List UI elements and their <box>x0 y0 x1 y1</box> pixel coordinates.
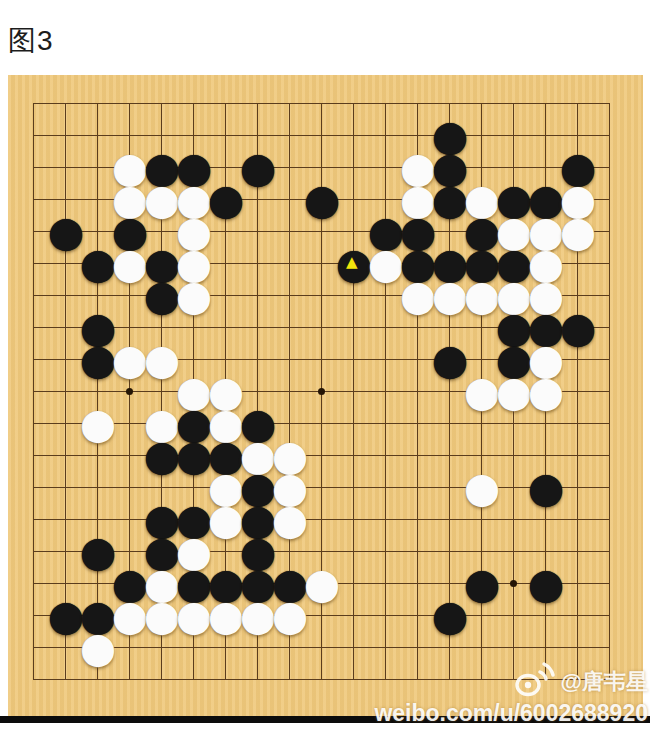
white-stone: ● <box>466 376 498 408</box>
weibo-eye-icon <box>511 660 557 704</box>
white-stone: ● <box>242 600 274 632</box>
black-stone: ● <box>82 536 114 568</box>
white-stone: ● <box>178 280 210 312</box>
black-stone: ● <box>50 600 82 632</box>
black-stone: ● <box>434 184 466 216</box>
white-stone: ● <box>114 344 146 376</box>
white-stone: ● <box>306 568 338 600</box>
white-stone: ● <box>146 600 178 632</box>
white-stone: ● <box>370 248 402 280</box>
page-title: 图3 <box>8 22 54 60</box>
white-stone: ● <box>466 280 498 312</box>
white-stone: ● <box>210 600 242 632</box>
star-point <box>318 388 325 395</box>
black-stone: ● <box>434 600 466 632</box>
white-stone: ● <box>434 280 466 312</box>
star-point <box>126 388 133 395</box>
white-stone: ● <box>178 600 210 632</box>
black-stone: ● <box>50 216 82 248</box>
star-point <box>510 580 517 587</box>
white-stone: ● <box>114 248 146 280</box>
white-stone: ● <box>562 216 594 248</box>
white-stone: ● <box>82 408 114 440</box>
white-stone: ● <box>498 376 530 408</box>
black-stone: ● <box>338 248 370 280</box>
black-stone: ● <box>466 568 498 600</box>
black-stone: ● <box>306 184 338 216</box>
go-board: ●●●●●●●●●●●●●●●●●●●●●●●●●●●●●●●●●●●●●●●●… <box>8 75 643 716</box>
white-stone: ● <box>466 472 498 504</box>
black-stone: ● <box>178 440 210 472</box>
grid-lines: ●●●●●●●●●●●●●●●●●●●●●●●●●●●●●●●●●●●●●●●●… <box>33 103 610 680</box>
watermark-handle: @唐韦星 <box>561 667 648 697</box>
white-stone: ● <box>274 504 306 536</box>
black-stone: ● <box>530 472 562 504</box>
white-stone: ● <box>82 632 114 664</box>
white-stone: ● <box>146 184 178 216</box>
white-stone: ● <box>274 600 306 632</box>
white-stone: ● <box>114 600 146 632</box>
white-stone: ● <box>530 376 562 408</box>
black-stone: ● <box>146 280 178 312</box>
black-stone: ● <box>562 312 594 344</box>
white-stone: ● <box>146 344 178 376</box>
black-stone: ● <box>210 184 242 216</box>
black-stone: ● <box>82 248 114 280</box>
black-stone: ● <box>242 152 274 184</box>
black-stone: ● <box>530 568 562 600</box>
white-stone: ● <box>402 280 434 312</box>
black-stone: ● <box>434 344 466 376</box>
watermark-url: weibo.com/u/6002688920 <box>374 700 648 727</box>
black-stone: ● <box>82 344 114 376</box>
black-stone: ● <box>146 440 178 472</box>
watermark: @唐韦星 weibo.com/u/6002688920 <box>374 662 648 727</box>
white-stone: ● <box>210 504 242 536</box>
